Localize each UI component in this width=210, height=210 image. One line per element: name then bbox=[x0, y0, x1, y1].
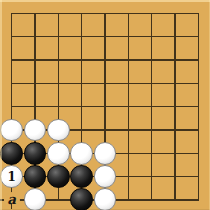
intersection-B9[interactable] bbox=[23, 2, 46, 25]
white-stone bbox=[94, 142, 117, 165]
black-stone bbox=[47, 165, 70, 188]
intersection-F5[interactable] bbox=[117, 95, 140, 118]
intersection-J4[interactable] bbox=[187, 118, 210, 141]
intersection-C1[interactable] bbox=[47, 188, 70, 210]
intersection-C6[interactable] bbox=[47, 72, 70, 95]
intersection-F7[interactable] bbox=[117, 48, 140, 71]
intersection-B3[interactable] bbox=[23, 142, 46, 165]
intersection-J3[interactable] bbox=[187, 142, 210, 165]
intersection-H4[interactable] bbox=[163, 118, 186, 141]
white-stone bbox=[47, 119, 70, 142]
intersection-B4[interactable] bbox=[23, 118, 46, 141]
intersection-G1[interactable] bbox=[140, 188, 163, 210]
intersection-H7[interactable] bbox=[163, 48, 186, 71]
intersection-B6[interactable] bbox=[23, 72, 46, 95]
intersection-E8[interactable] bbox=[93, 25, 116, 48]
white-stone bbox=[24, 119, 47, 142]
intersection-G2[interactable] bbox=[140, 165, 163, 188]
intersection-G5[interactable] bbox=[140, 95, 163, 118]
intersection-E1[interactable] bbox=[93, 188, 116, 210]
white-stone bbox=[0, 119, 23, 142]
intersection-A7[interactable] bbox=[0, 48, 23, 71]
intersection-J7[interactable] bbox=[187, 48, 210, 71]
intersection-B2[interactable] bbox=[23, 165, 46, 188]
intersection-H1[interactable] bbox=[163, 188, 186, 210]
intersection-C3[interactable] bbox=[47, 142, 70, 165]
intersection-J5[interactable] bbox=[187, 95, 210, 118]
intersection-J1[interactable] bbox=[187, 188, 210, 210]
intersection-A6[interactable] bbox=[0, 72, 23, 95]
intersection-F9[interactable] bbox=[117, 2, 140, 25]
intersection-A3[interactable] bbox=[0, 142, 23, 165]
intersection-G6[interactable] bbox=[140, 72, 163, 95]
intersection-A2[interactable]: 1 bbox=[0, 165, 23, 188]
intersection-D1[interactable] bbox=[70, 188, 93, 210]
intersection-F2[interactable] bbox=[117, 165, 140, 188]
intersection-A5[interactable] bbox=[0, 95, 23, 118]
intersection-A1[interactable]: a bbox=[0, 188, 23, 210]
intersection-D4[interactable] bbox=[70, 118, 93, 141]
move-number: 1 bbox=[7, 170, 15, 182]
intersection-H8[interactable] bbox=[163, 25, 186, 48]
intersection-D5[interactable] bbox=[70, 95, 93, 118]
intersection-J9[interactable] bbox=[187, 2, 210, 25]
intersection-D3[interactable] bbox=[70, 142, 93, 165]
intersection-G9[interactable] bbox=[140, 2, 163, 25]
intersection-E3[interactable] bbox=[93, 142, 116, 165]
black-stone bbox=[24, 165, 47, 188]
black-stone bbox=[70, 165, 93, 188]
white-stone bbox=[94, 165, 117, 188]
white-stone bbox=[94, 188, 117, 210]
intersection-D9[interactable] bbox=[70, 2, 93, 25]
intersection-E2[interactable] bbox=[93, 165, 116, 188]
intersection-E6[interactable] bbox=[93, 72, 116, 95]
label-letter: a bbox=[7, 193, 16, 206]
black-stone bbox=[24, 142, 47, 165]
intersection-G8[interactable] bbox=[140, 25, 163, 48]
intersection-H6[interactable] bbox=[163, 72, 186, 95]
intersection-F4[interactable] bbox=[117, 118, 140, 141]
intersection-C5[interactable] bbox=[47, 95, 70, 118]
intersection-H2[interactable] bbox=[163, 165, 186, 188]
intersection-F8[interactable] bbox=[117, 25, 140, 48]
intersection-E4[interactable] bbox=[93, 118, 116, 141]
intersection-H3[interactable] bbox=[163, 142, 186, 165]
intersection-F6[interactable] bbox=[117, 72, 140, 95]
intersection-C7[interactable] bbox=[47, 48, 70, 71]
intersection-A9[interactable] bbox=[0, 2, 23, 25]
intersection-D8[interactable] bbox=[70, 25, 93, 48]
intersection-A8[interactable] bbox=[0, 25, 23, 48]
intersection-A4[interactable] bbox=[0, 118, 23, 141]
intersection-B7[interactable] bbox=[23, 48, 46, 71]
intersection-C2[interactable] bbox=[47, 165, 70, 188]
go-board: 1a bbox=[0, 2, 210, 210]
intersection-H9[interactable] bbox=[163, 2, 186, 25]
white-stone bbox=[24, 188, 47, 210]
go-diagram: 1a bbox=[0, 0, 210, 210]
intersection-E7[interactable] bbox=[93, 48, 116, 71]
intersection-G7[interactable] bbox=[140, 48, 163, 71]
intersection-C8[interactable] bbox=[47, 25, 70, 48]
intersection-J2[interactable] bbox=[187, 165, 210, 188]
intersection-C9[interactable] bbox=[47, 2, 70, 25]
line-stub bbox=[0, 199, 4, 200]
intersection-E9[interactable] bbox=[93, 2, 116, 25]
intersection-F1[interactable] bbox=[117, 188, 140, 210]
intersection-E5[interactable] bbox=[93, 95, 116, 118]
point-label-a: a bbox=[0, 188, 23, 210]
intersection-J8[interactable] bbox=[187, 25, 210, 48]
intersection-B5[interactable] bbox=[23, 95, 46, 118]
intersection-G4[interactable] bbox=[140, 118, 163, 141]
intersection-H5[interactable] bbox=[163, 95, 186, 118]
intersection-D7[interactable] bbox=[70, 48, 93, 71]
intersection-G3[interactable] bbox=[140, 142, 163, 165]
intersection-C4[interactable] bbox=[47, 118, 70, 141]
intersection-D2[interactable] bbox=[70, 165, 93, 188]
intersection-B1[interactable] bbox=[23, 188, 46, 210]
intersection-D6[interactable] bbox=[70, 72, 93, 95]
white-stone bbox=[70, 142, 93, 165]
black-stone bbox=[70, 188, 93, 210]
white-stone bbox=[47, 142, 70, 165]
black-stone bbox=[0, 142, 23, 165]
white-stone: 1 bbox=[0, 165, 23, 188]
intersection-J6[interactable] bbox=[187, 72, 210, 95]
intersection-B8[interactable] bbox=[23, 25, 46, 48]
intersection-F3[interactable] bbox=[117, 142, 140, 165]
